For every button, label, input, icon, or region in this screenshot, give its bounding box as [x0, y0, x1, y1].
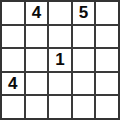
- cell-r1c1[interactable]: [26, 26, 48, 48]
- cell-r4c2[interactable]: [49, 96, 71, 118]
- cell-r4c1[interactable]: [26, 96, 48, 118]
- puzzle-grid: 4 5 1 4: [0, 0, 120, 120]
- cell-r0c1[interactable]: 4: [26, 2, 48, 24]
- cell-r0c3[interactable]: 5: [73, 2, 95, 24]
- cell-r2c3[interactable]: [73, 49, 95, 71]
- cell-r3c3[interactable]: [73, 73, 95, 95]
- cell-r3c4[interactable]: [96, 73, 118, 95]
- cell-r2c1[interactable]: [26, 49, 48, 71]
- cell-r4c0[interactable]: [2, 96, 24, 118]
- cell-r0c4[interactable]: [96, 2, 118, 24]
- cell-r0c0[interactable]: [2, 2, 24, 24]
- cell-r1c4[interactable]: [96, 26, 118, 48]
- cell-r1c2[interactable]: [49, 26, 71, 48]
- cell-r2c0[interactable]: [2, 49, 24, 71]
- cell-r2c4[interactable]: [96, 49, 118, 71]
- cell-r3c2[interactable]: [49, 73, 71, 95]
- cell-r2c2[interactable]: 1: [49, 49, 71, 71]
- cell-r1c0[interactable]: [2, 26, 24, 48]
- cell-r4c4[interactable]: [96, 96, 118, 118]
- cell-r3c0[interactable]: 4: [2, 73, 24, 95]
- cell-r4c3[interactable]: [73, 96, 95, 118]
- cell-r0c2[interactable]: [49, 2, 71, 24]
- cell-r1c3[interactable]: [73, 26, 95, 48]
- cell-r3c1[interactable]: [26, 73, 48, 95]
